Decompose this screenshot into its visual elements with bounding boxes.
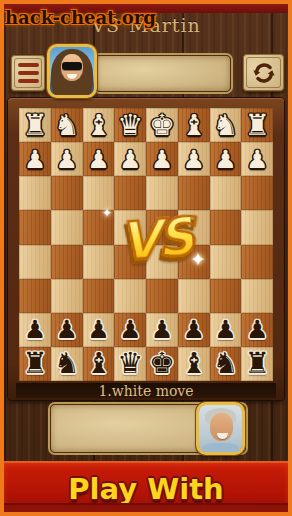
player-avatar-top — [47, 44, 97, 98]
board-square[interactable]: ♞ — [51, 108, 83, 142]
player-name-banner-top — [95, 55, 231, 92]
board-square[interactable]: ♟ — [51, 142, 83, 176]
board-square[interactable] — [146, 245, 178, 279]
board-square[interactable] — [241, 210, 273, 244]
chess-piece-wP[interactable]: ♟ — [24, 147, 46, 172]
menu-button[interactable] — [10, 54, 46, 92]
chess-piece-wR[interactable]: ♜ — [22, 111, 48, 140]
board-square[interactable]: ♟ — [19, 142, 51, 176]
board-square[interactable] — [210, 245, 242, 279]
watermark-text: hack-cheat.org — [5, 7, 156, 28]
board-square[interactable]: ♟ — [51, 313, 83, 347]
board-square[interactable] — [241, 245, 273, 279]
board-square[interactable] — [51, 210, 83, 244]
board-square[interactable]: ♟ — [83, 142, 115, 176]
board-square[interactable]: ♜ — [19, 347, 51, 381]
board-square[interactable] — [210, 279, 242, 313]
app-screen: hack-cheat.org VSMartin ♜♞♝♛♚♝♞♜♟♟♟♟♟♟♟♟… — [0, 0, 292, 516]
board-square[interactable]: ♝ — [178, 108, 210, 142]
board-square[interactable] — [19, 245, 51, 279]
board-square[interactable]: ♟ — [19, 313, 51, 347]
board-square[interactable] — [114, 176, 146, 210]
board-square[interactable] — [51, 279, 83, 313]
board-square[interactable] — [83, 279, 115, 313]
chess-piece-wP[interactable]: ♟ — [87, 147, 109, 172]
board-square[interactable] — [178, 279, 210, 313]
board-square[interactable]: ♟ — [114, 313, 146, 347]
board-square[interactable]: ♟ — [210, 313, 242, 347]
board-square[interactable]: ♜ — [19, 108, 51, 142]
board-square[interactable] — [19, 176, 51, 210]
board-square[interactable]: ♟ — [83, 313, 115, 347]
chess-piece-bR[interactable]: ♜ — [244, 349, 270, 378]
board-square[interactable]: ♚ — [146, 108, 178, 142]
board-square[interactable]: ♝ — [83, 108, 115, 142]
board-square[interactable]: ♟ — [146, 142, 178, 176]
board-square[interactable]: ♟ — [178, 142, 210, 176]
chess-piece-wP[interactable]: ♟ — [246, 147, 268, 172]
board-square[interactable] — [146, 279, 178, 313]
board-square[interactable] — [114, 210, 146, 244]
board-square[interactable]: ♞ — [210, 108, 242, 142]
chess-board-frame: ♜♞♝♛♚♝♞♜♟♟♟♟♟♟♟♟♟♟♟♟♟♟♟♟♜♞♝♛♚♝♞♜ 1.white… — [8, 98, 284, 400]
board-square[interactable]: ♟ — [210, 142, 242, 176]
board-square[interactable] — [83, 176, 115, 210]
chess-piece-wP[interactable]: ♟ — [119, 147, 141, 172]
board-square[interactable] — [19, 210, 51, 244]
player-avatar-bottom — [196, 402, 245, 455]
rotate-board-button[interactable] — [242, 53, 285, 92]
move-status-text: 1.white move — [98, 383, 193, 399]
chess-piece-bP[interactable]: ♟ — [151, 317, 173, 342]
board-square[interactable] — [83, 210, 115, 244]
chess-piece-bP[interactable]: ♟ — [87, 317, 109, 342]
chess-piece-wR[interactable]: ♜ — [244, 111, 270, 140]
chess-piece-wP[interactable]: ♟ — [151, 147, 173, 172]
chess-piece-wB[interactable]: ♝ — [85, 111, 111, 140]
chess-piece-bP[interactable]: ♟ — [246, 317, 268, 342]
chess-board[interactable]: ♜♞♝♛♚♝♞♜♟♟♟♟♟♟♟♟♟♟♟♟♟♟♟♟♜♞♝♛♚♝♞♜ — [19, 108, 273, 381]
chess-piece-wQ[interactable]: ♛ — [117, 111, 143, 140]
board-square[interactable] — [241, 176, 273, 210]
board-square[interactable]: ♚ — [146, 347, 178, 381]
board-square[interactable]: ♞ — [210, 347, 242, 381]
board-square[interactable]: ♞ — [51, 347, 83, 381]
chess-piece-bP[interactable]: ♟ — [55, 317, 77, 342]
board-square[interactable] — [114, 279, 146, 313]
hamburger-icon — [18, 63, 39, 83]
board-square[interactable] — [210, 176, 242, 210]
board-square[interactable] — [83, 245, 115, 279]
chess-piece-wN[interactable]: ♞ — [54, 111, 80, 140]
board-square[interactable] — [51, 245, 83, 279]
board-square[interactable] — [210, 210, 242, 244]
chess-piece-bN[interactable]: ♞ — [54, 349, 80, 378]
move-status-bar: 1.white move — [16, 383, 276, 398]
sunglasses — [62, 62, 82, 70]
chess-piece-wK[interactable]: ♚ — [149, 111, 175, 140]
board-square[interactable]: ♟ — [241, 142, 273, 176]
play-with-friends-button[interactable]: Play With Friends — [4, 461, 288, 512]
chess-piece-bP[interactable]: ♟ — [182, 317, 204, 342]
chess-piece-bP[interactable]: ♟ — [119, 317, 141, 342]
man-avatar-photo — [199, 405, 242, 452]
board-square[interactable]: ♝ — [83, 347, 115, 381]
board-square[interactable]: ♛ — [114, 347, 146, 381]
chess-piece-wP[interactable]: ♟ — [55, 147, 77, 172]
board-square[interactable] — [146, 210, 178, 244]
board-square[interactable]: ♟ — [146, 313, 178, 347]
board-square[interactable]: ♜ — [241, 347, 273, 381]
chess-piece-bQ[interactable]: ♛ — [117, 349, 143, 378]
chess-piece-wB[interactable]: ♝ — [181, 111, 207, 140]
cta-bottom-strip — [4, 503, 288, 512]
chess-piece-bK[interactable]: ♚ — [149, 349, 175, 378]
board-square[interactable]: ♝ — [178, 347, 210, 381]
board-square[interactable] — [178, 176, 210, 210]
chess-piece-bR[interactable]: ♜ — [22, 349, 48, 378]
board-square[interactable]: ♟ — [114, 142, 146, 176]
circular-arrows-icon — [251, 60, 277, 86]
board-square[interactable] — [241, 279, 273, 313]
chess-piece-bP[interactable]: ♟ — [214, 317, 236, 342]
chess-piece-wP[interactable]: ♟ — [214, 147, 236, 172]
chess-piece-bB[interactable]: ♝ — [85, 349, 111, 378]
board-square[interactable] — [178, 210, 210, 244]
board-square[interactable]: ♟ — [178, 313, 210, 347]
board-square[interactable]: ♟ — [241, 313, 273, 347]
board-square[interactable] — [19, 279, 51, 313]
chess-piece-bB[interactable]: ♝ — [181, 349, 207, 378]
board-square[interactable] — [114, 245, 146, 279]
board-square[interactable]: ♛ — [114, 108, 146, 142]
chess-piece-wN[interactable]: ♞ — [212, 111, 238, 140]
board-square[interactable] — [146, 176, 178, 210]
board-square[interactable] — [178, 245, 210, 279]
chess-piece-bN[interactable]: ♞ — [212, 349, 238, 378]
board-square[interactable]: ♜ — [241, 108, 273, 142]
woman-avatar-photo — [50, 47, 94, 95]
chess-piece-bP[interactable]: ♟ — [24, 317, 46, 342]
chess-piece-wP[interactable]: ♟ — [182, 147, 204, 172]
board-square[interactable] — [51, 176, 83, 210]
